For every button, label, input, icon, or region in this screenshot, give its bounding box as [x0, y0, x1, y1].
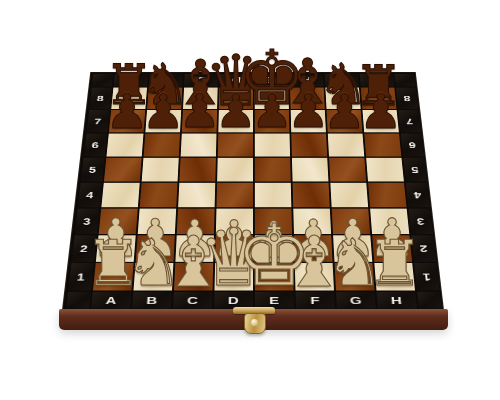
rank-label-1-right: 1	[422, 271, 431, 282]
square-h5[interactable]	[366, 158, 404, 182]
frame-cell: 5	[403, 158, 427, 182]
rank-label-4-right: 4	[413, 190, 422, 200]
rank-label-4: 4	[86, 190, 95, 200]
rank-label-5-right: 5	[411, 165, 420, 175]
frame-cell: 4	[78, 183, 102, 208]
frame-cell: 4	[406, 183, 430, 208]
square-d5[interactable]	[217, 158, 253, 182]
rank-label-8-right: 8	[403, 94, 411, 103]
square-d4[interactable]	[216, 183, 253, 208]
square-f5[interactable]	[292, 158, 329, 182]
square-f4[interactable]	[293, 183, 330, 208]
rank-label-6-right: 6	[408, 140, 416, 149]
black-pawn-c7[interactable]: ♟	[179, 89, 221, 136]
square-g5[interactable]	[329, 158, 366, 182]
square-e4[interactable]	[255, 183, 292, 208]
rank-label-5: 5	[88, 165, 97, 175]
square-b4[interactable]	[140, 183, 178, 208]
frame-cell: 6	[84, 134, 107, 157]
rank-label-6: 6	[91, 140, 99, 149]
clasp-button	[251, 319, 258, 326]
black-pawn-h7[interactable]: ♟	[359, 88, 402, 136]
square-a4[interactable]	[101, 183, 139, 208]
rank-label-7-right: 7	[406, 117, 414, 126]
square-g4[interactable]	[330, 183, 368, 208]
square-h4[interactable]	[368, 183, 406, 208]
frame-cell: 5	[81, 158, 105, 182]
square-a5[interactable]	[104, 158, 142, 182]
frame-cell: 6	[401, 134, 424, 157]
white-rook-h1[interactable]: ♜	[366, 232, 422, 295]
square-e5[interactable]	[255, 158, 291, 182]
square-c5[interactable]	[179, 158, 215, 182]
black-pawn-d7[interactable]: ♟	[215, 89, 256, 135]
box-edge	[59, 309, 448, 330]
photo-scene: ABCDEFGH8877665544332211ABCDEFGH ♜♞♝♛♚♝♞…	[0, 0, 500, 400]
square-b5[interactable]	[142, 158, 179, 182]
rank-label-3: 3	[83, 216, 92, 226]
rank-label-7: 7	[94, 117, 102, 126]
rank-label-3-right: 3	[416, 216, 425, 226]
square-c4[interactable]	[178, 183, 215, 208]
